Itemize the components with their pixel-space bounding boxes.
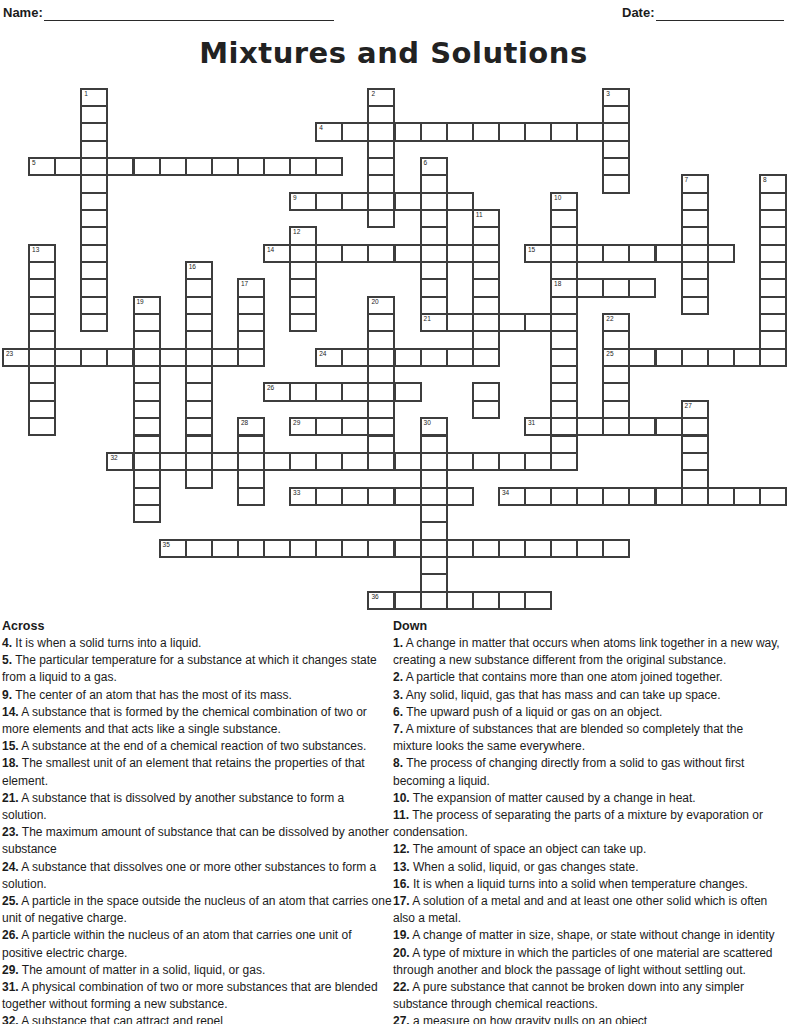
clue-number-label: 27 bbox=[685, 402, 692, 410]
clue-item: 22. A pure substance that cannot be brok… bbox=[393, 979, 785, 1013]
grid-cell[interactable]: 9 bbox=[289, 192, 317, 211]
clue-number-label: 18 bbox=[554, 280, 561, 288]
grid-cell[interactable]: 4 bbox=[315, 122, 343, 141]
grid-cell[interactable] bbox=[498, 122, 526, 141]
grid-cell[interactable] bbox=[159, 348, 187, 367]
grid-cell[interactable] bbox=[289, 452, 317, 471]
grid-cell[interactable] bbox=[524, 313, 552, 332]
grid-cell[interactable] bbox=[315, 382, 343, 401]
clue-number-label: 26 bbox=[267, 384, 274, 392]
clue-number: 24. bbox=[2, 860, 19, 874]
grid-cell[interactable] bbox=[315, 157, 343, 176]
grid-cell[interactable] bbox=[237, 157, 265, 176]
clue-number: 19. bbox=[393, 928, 410, 942]
grid-cell[interactable] bbox=[289, 313, 317, 332]
crossword-grid: 1234567891011121314151617181920212223242… bbox=[0, 0, 787, 617]
grid-cell[interactable] bbox=[341, 487, 369, 506]
grid-cell[interactable] bbox=[446, 539, 474, 558]
clue-number-label: 13 bbox=[32, 246, 39, 254]
clue-number-label: 7 bbox=[685, 176, 689, 184]
clue-number-label: 10 bbox=[554, 194, 561, 202]
grid-cell[interactable] bbox=[394, 487, 422, 506]
clue-item: 29. The amount of matter in a solid, liq… bbox=[2, 962, 392, 979]
clue-number-label: 4 bbox=[319, 124, 323, 132]
grid-cell[interactable]: 33 bbox=[289, 487, 317, 506]
grid-cell[interactable]: 31 bbox=[524, 417, 552, 436]
clue-item: 2. A particle that contains more than on… bbox=[393, 669, 785, 686]
grid-cell[interactable] bbox=[394, 382, 422, 401]
grid-cell[interactable] bbox=[707, 348, 735, 367]
down-header: Down bbox=[393, 618, 785, 635]
clue-number-label: 21 bbox=[424, 315, 431, 323]
grid-cell[interactable] bbox=[315, 452, 343, 471]
grid-cell[interactable] bbox=[628, 278, 656, 297]
grid-cell[interactable] bbox=[681, 296, 709, 315]
grid-cell[interactable] bbox=[133, 504, 161, 523]
clue-number-label: 19 bbox=[137, 298, 144, 306]
grid-cell[interactable] bbox=[655, 348, 683, 367]
grid-cell[interactable] bbox=[550, 487, 578, 506]
grid-cell[interactable] bbox=[289, 157, 317, 176]
clue-number: 2. bbox=[393, 670, 403, 684]
grid-cell[interactable] bbox=[185, 157, 213, 176]
grid-cell[interactable] bbox=[341, 417, 369, 436]
grid-cell[interactable] bbox=[576, 122, 604, 141]
grid-cell[interactable] bbox=[602, 487, 630, 506]
clue-item: 24. A substance that dissolves one or mo… bbox=[2, 859, 392, 893]
clue-number: 18. bbox=[2, 756, 19, 770]
grid-cell[interactable] bbox=[394, 539, 422, 558]
clue-item: 12. The amount of space an object can ta… bbox=[393, 841, 785, 858]
grid-cell[interactable] bbox=[185, 469, 213, 488]
down-clues-section: Down 1. A change in matter that occurs w… bbox=[393, 618, 785, 1024]
clue-item: 4. It is when a solid turns into a liqui… bbox=[2, 635, 392, 652]
grid-cell[interactable] bbox=[54, 348, 82, 367]
grid-cell[interactable] bbox=[263, 539, 291, 558]
clue-number: 7. bbox=[393, 722, 403, 736]
clue-number: 5. bbox=[2, 653, 12, 667]
clue-number: 21. bbox=[2, 791, 19, 805]
across-clues-section: Across 4. It is when a solid turns into … bbox=[2, 618, 392, 1024]
grid-cell[interactable] bbox=[550, 122, 578, 141]
grid-cell[interactable] bbox=[602, 174, 630, 193]
grid-cell[interactable] bbox=[498, 452, 526, 471]
clue-item: 17. A solution of a metal and and at lea… bbox=[393, 893, 785, 927]
clue-number-label: 16 bbox=[189, 263, 196, 271]
clue-number-label: 24 bbox=[319, 350, 326, 358]
grid-cell[interactable] bbox=[576, 417, 604, 436]
clue-item: 32. A substance that can attract and rep… bbox=[2, 1013, 392, 1024]
clue-number-label: 23 bbox=[6, 350, 13, 358]
grid-cell[interactable]: 24 bbox=[315, 348, 343, 367]
grid-cell[interactable] bbox=[420, 591, 448, 610]
clue-number-label: 3 bbox=[606, 90, 610, 98]
clue-number-label: 5 bbox=[32, 159, 36, 167]
grid-cell[interactable] bbox=[289, 539, 317, 558]
clue-number-label: 32 bbox=[110, 454, 117, 462]
clue-item: 25. A particle in the space outside the … bbox=[2, 893, 392, 927]
grid-cell[interactable] bbox=[80, 348, 108, 367]
grid-cell[interactable] bbox=[628, 417, 656, 436]
grid-cell[interactable] bbox=[211, 157, 239, 176]
clue-number: 3. bbox=[393, 688, 403, 702]
clue-number: 22. bbox=[393, 980, 410, 994]
grid-cell[interactable] bbox=[707, 244, 735, 263]
grid-cell[interactable] bbox=[420, 348, 448, 367]
grid-cell[interactable] bbox=[237, 539, 265, 558]
grid-cell[interactable]: 23 bbox=[2, 348, 30, 367]
grid-cell[interactable] bbox=[394, 122, 422, 141]
clue-number-label: 34 bbox=[502, 489, 509, 497]
clue-item: 5. The particular temperature for a subs… bbox=[2, 652, 392, 686]
clue-number-label: 6 bbox=[424, 159, 428, 167]
grid-cell[interactable] bbox=[394, 591, 422, 610]
clue-item: 14. A substance that is formed by the ch… bbox=[2, 704, 392, 738]
clue-number-label: 36 bbox=[371, 593, 378, 601]
grid-cell[interactable] bbox=[472, 348, 500, 367]
grid-cell[interactable] bbox=[315, 539, 343, 558]
clue-item: 21. A substance that is dissolved by ano… bbox=[2, 790, 392, 824]
clue-item: 26. A particle within the nucleus of an … bbox=[2, 927, 392, 961]
clue-number: 29. bbox=[2, 963, 19, 977]
grid-cell[interactable] bbox=[524, 539, 552, 558]
clue-number: 8. bbox=[393, 756, 403, 770]
grid-cell[interactable] bbox=[420, 122, 448, 141]
grid-cell[interactable]: 34 bbox=[498, 487, 526, 506]
grid-cell[interactable] bbox=[733, 348, 761, 367]
grid-cell[interactable] bbox=[315, 244, 343, 263]
clue-number: 6. bbox=[393, 705, 403, 719]
grid-cell[interactable] bbox=[446, 244, 474, 263]
grid-cell[interactable] bbox=[394, 348, 422, 367]
grid-cell[interactable] bbox=[315, 192, 343, 211]
grid-cell[interactable] bbox=[263, 157, 291, 176]
grid-cell[interactable] bbox=[367, 209, 395, 228]
grid-cell[interactable] bbox=[315, 487, 343, 506]
grid-cell[interactable] bbox=[628, 487, 656, 506]
clue-number-label: 33 bbox=[293, 489, 300, 497]
clue-number: 17. bbox=[393, 894, 410, 908]
grid-cell[interactable] bbox=[628, 244, 656, 263]
grid-cell[interactable] bbox=[759, 348, 787, 367]
clue-number-label: 31 bbox=[528, 419, 535, 427]
grid-cell[interactable] bbox=[394, 452, 422, 471]
down-clue-list: 1. A change in matter that occurs when a… bbox=[393, 635, 785, 1024]
grid-cell[interactable] bbox=[446, 192, 474, 211]
grid-cell[interactable]: 32 bbox=[106, 452, 134, 471]
clue-number-label: 20 bbox=[371, 298, 378, 306]
grid-cell[interactable] bbox=[628, 348, 656, 367]
grid-cell[interactable] bbox=[211, 452, 239, 471]
clue-number-label: 15 bbox=[528, 246, 535, 254]
grid-cell[interactable] bbox=[655, 244, 683, 263]
across-clue-list: 4. It is when a solid turns into a liqui… bbox=[2, 635, 392, 1024]
clue-number: 1. bbox=[393, 636, 403, 650]
clue-number: 27. bbox=[393, 1014, 410, 1024]
grid-cell[interactable] bbox=[446, 591, 474, 610]
grid-cell[interactable] bbox=[681, 348, 709, 367]
clue-number: 4. bbox=[2, 636, 12, 650]
grid-cell[interactable] bbox=[576, 487, 604, 506]
grid-cell[interactable] bbox=[602, 244, 630, 263]
clue-item: 3. Any solid, liquid, gas that has mass … bbox=[393, 687, 785, 704]
clue-number-label: 14 bbox=[267, 246, 274, 254]
grid-cell[interactable] bbox=[133, 157, 161, 176]
grid-cell[interactable] bbox=[733, 487, 761, 506]
grid-cell[interactable] bbox=[106, 348, 134, 367]
clue-number: 32. bbox=[2, 1014, 19, 1024]
clue-number-label: 30 bbox=[424, 419, 431, 427]
grid-cell[interactable] bbox=[394, 244, 422, 263]
grid-cell[interactable] bbox=[315, 417, 343, 436]
grid-cell[interactable] bbox=[341, 192, 369, 211]
clue-item: 8. The process of changing directly from… bbox=[393, 755, 785, 789]
clue-number-label: 25 bbox=[606, 350, 613, 358]
grid-cell[interactable] bbox=[341, 382, 369, 401]
grid-cell[interactable] bbox=[446, 487, 474, 506]
grid-cell[interactable] bbox=[498, 591, 526, 610]
grid-cell[interactable]: 35 bbox=[159, 539, 187, 558]
clue-item: 10. The expansion of matter caused by a … bbox=[393, 790, 785, 807]
grid-cell[interactable] bbox=[159, 452, 187, 471]
grid-cell[interactable] bbox=[707, 487, 735, 506]
grid-cell[interactable] bbox=[367, 539, 395, 558]
grid-cell[interactable] bbox=[446, 348, 474, 367]
clue-item: 18. The smallest unit of an element that… bbox=[2, 755, 392, 789]
across-header: Across bbox=[2, 618, 392, 635]
grid-cell[interactable]: 36 bbox=[367, 591, 395, 610]
grid-cell[interactable]: 29 bbox=[289, 417, 317, 436]
grid-cell[interactable] bbox=[524, 487, 552, 506]
clue-item: 9. The center of an atom that has the mo… bbox=[2, 687, 392, 704]
grid-cell[interactable] bbox=[759, 487, 787, 506]
clue-number: 14. bbox=[2, 705, 19, 719]
clue-number-label: 29 bbox=[293, 419, 300, 427]
grid-cell[interactable] bbox=[394, 192, 422, 211]
clue-item: 7. A mixture of substances that are blen… bbox=[393, 721, 785, 755]
clue-item: 27. a measure on how gravity pulls on an… bbox=[393, 1013, 785, 1024]
grid-cell[interactable]: 14 bbox=[263, 244, 291, 263]
grid-cell[interactable] bbox=[602, 539, 630, 558]
clue-item: 13. When a solid, liquid, or gas changes… bbox=[393, 859, 785, 876]
grid-cell[interactable] bbox=[106, 157, 134, 176]
clue-number-label: 11 bbox=[476, 211, 483, 219]
clue-number-label: 12 bbox=[293, 228, 300, 236]
grid-cell[interactable] bbox=[341, 348, 369, 367]
grid-cell[interactable] bbox=[472, 452, 500, 471]
grid-cell[interactable] bbox=[498, 539, 526, 558]
clue-item: 31. A physical combination of two or mor… bbox=[2, 979, 392, 1013]
clue-item: 6. The upward push of a liquid or gas on… bbox=[393, 704, 785, 721]
clue-number: 26. bbox=[2, 928, 19, 942]
clue-number-label: 35 bbox=[163, 541, 170, 549]
clue-number: 13. bbox=[393, 860, 410, 874]
clue-number-label: 2 bbox=[371, 90, 375, 98]
grid-cell[interactable] bbox=[237, 348, 265, 367]
grid-cell[interactable] bbox=[681, 487, 709, 506]
grid-cell[interactable] bbox=[550, 539, 578, 558]
clue-item: 19. A change of matter in size, shape, o… bbox=[393, 927, 785, 944]
grid-cell[interactable]: 5 bbox=[28, 157, 56, 176]
grid-cell[interactable] bbox=[472, 591, 500, 610]
grid-cell[interactable] bbox=[211, 348, 239, 367]
grid-cell[interactable] bbox=[185, 539, 213, 558]
grid-cell[interactable] bbox=[341, 244, 369, 263]
grid-cell[interactable] bbox=[446, 313, 474, 332]
grid-cell[interactable] bbox=[576, 539, 604, 558]
grid-cell[interactable] bbox=[341, 539, 369, 558]
clue-number: 20. bbox=[393, 946, 410, 960]
grid-cell[interactable] bbox=[263, 452, 291, 471]
clue-number: 10. bbox=[393, 791, 410, 805]
clue-number-label: 9 bbox=[293, 194, 297, 202]
grid-cell[interactable] bbox=[446, 452, 474, 471]
grid-cell[interactable] bbox=[524, 591, 552, 610]
grid-cell[interactable] bbox=[289, 382, 317, 401]
clue-number: 15. bbox=[2, 739, 19, 753]
clue-number: 9. bbox=[2, 688, 12, 702]
grid-cell[interactable] bbox=[524, 452, 552, 471]
grid-cell[interactable]: 21 bbox=[420, 313, 448, 332]
grid-cell[interactable] bbox=[54, 157, 82, 176]
grid-cell[interactable] bbox=[80, 313, 108, 332]
clue-number-label: 22 bbox=[606, 315, 613, 323]
clue-number-label: 28 bbox=[241, 419, 248, 427]
clue-number: 25. bbox=[2, 894, 19, 908]
grid-cell[interactable] bbox=[655, 487, 683, 506]
grid-cell[interactable] bbox=[367, 452, 395, 471]
grid-cell[interactable] bbox=[524, 122, 552, 141]
grid-cell[interactable] bbox=[498, 313, 526, 332]
grid-cell[interactable] bbox=[576, 244, 604, 263]
grid-cell[interactable] bbox=[237, 487, 265, 506]
clue-item: 20. A type of mixture in which the parti… bbox=[393, 945, 785, 979]
clue-item: 16. It is when a liquid turns into a sol… bbox=[393, 876, 785, 893]
clue-number-label: 8 bbox=[763, 176, 767, 184]
grid-cell[interactable] bbox=[367, 487, 395, 506]
grid-cell[interactable] bbox=[446, 122, 474, 141]
clue-number-label: 1 bbox=[84, 90, 88, 98]
clue-item: 15. A substance at the end of a chemical… bbox=[2, 738, 392, 755]
grid-cell[interactable] bbox=[602, 417, 630, 436]
grid-cell[interactable] bbox=[550, 452, 578, 471]
clue-item: 1. A change in matter that occurs when a… bbox=[393, 635, 785, 669]
clue-item: 11. The process of separating the parts … bbox=[393, 807, 785, 841]
clue-number: 23. bbox=[2, 825, 19, 839]
grid-cell[interactable]: 15 bbox=[524, 244, 552, 263]
grid-cell[interactable] bbox=[159, 157, 187, 176]
clue-item: 23. The maximum amount of substance that… bbox=[2, 824, 392, 858]
grid-cell[interactable] bbox=[655, 417, 683, 436]
grid-cell[interactable] bbox=[211, 539, 239, 558]
grid-cell[interactable] bbox=[472, 122, 500, 141]
clue-number: 11. bbox=[393, 808, 409, 822]
clue-number-label: 17 bbox=[241, 280, 248, 288]
grid-cell[interactable] bbox=[472, 400, 500, 419]
grid-cell[interactable] bbox=[576, 278, 604, 297]
grid-cell[interactable] bbox=[341, 452, 369, 471]
grid-cell[interactable] bbox=[341, 122, 369, 141]
grid-cell[interactable] bbox=[28, 417, 56, 436]
clue-number: 31. bbox=[2, 980, 19, 994]
clue-number: 16. bbox=[393, 877, 410, 891]
clue-number: 12. bbox=[393, 842, 410, 856]
grid-cell[interactable] bbox=[602, 278, 630, 297]
grid-cell[interactable] bbox=[367, 244, 395, 263]
grid-cell[interactable]: 26 bbox=[263, 382, 291, 401]
grid-cell[interactable] bbox=[472, 539, 500, 558]
